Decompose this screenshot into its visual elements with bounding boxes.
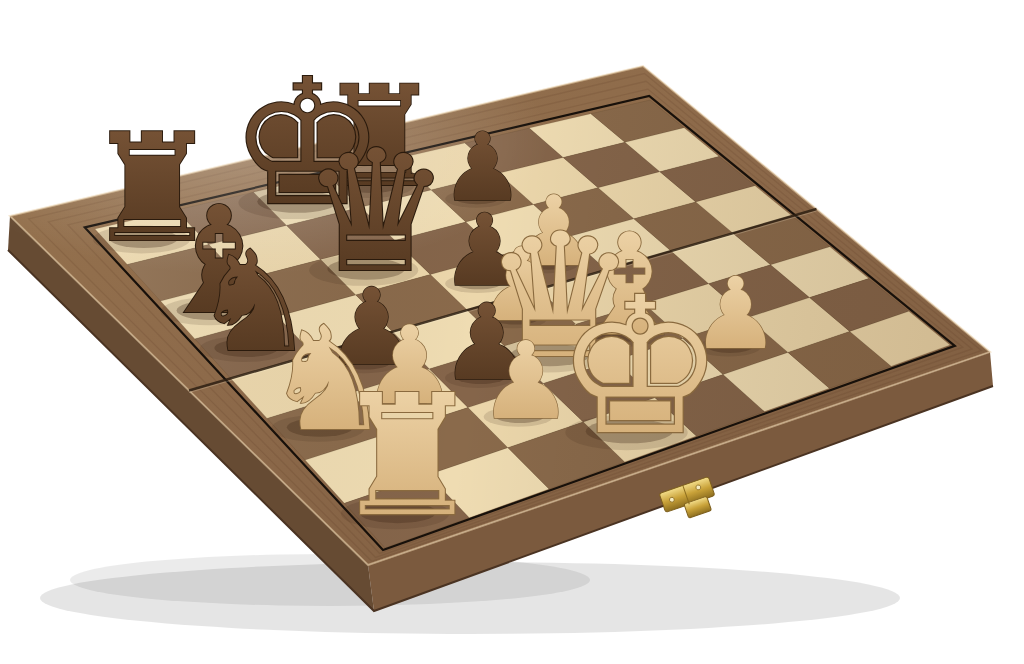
chess-board-photo: ♜♟♚♜♟♛♟♝♟♝♟♞♛♟♟♟♟♞♚♜	[0, 0, 1024, 664]
piece-glyph-white-rook: ♜	[332, 359, 482, 553]
piece-glyph-white-king: ♚	[556, 257, 725, 477]
piece-white-king-e1: ♚	[556, 257, 725, 477]
piece-white-rook-h1: ♜	[332, 359, 482, 553]
chess-set-photo: ♜♟♚♜♟♛♟♝♟♝♟♞♛♟♟♟♟♞♚♜	[0, 0, 1024, 664]
